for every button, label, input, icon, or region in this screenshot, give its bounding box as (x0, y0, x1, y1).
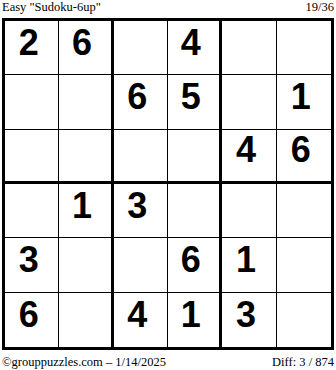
given-digit: 4 (127, 294, 147, 336)
given-digit: 4 (181, 22, 201, 64)
cell-r1c3[interactable] (114, 21, 168, 75)
header: Easy "Sudoku-6up" 19/36 (2, 0, 334, 16)
given-digit: 6 (19, 294, 39, 336)
cell-r3c2[interactable] (59, 130, 113, 184)
given-digit: 6 (181, 239, 201, 281)
cell-r4c1[interactable] (5, 184, 59, 238)
cell-r6c6[interactable] (277, 293, 331, 347)
cell-r6c1: 6 (5, 293, 59, 347)
given-digit: 4 (236, 129, 256, 171)
cell-r5c3[interactable] (114, 238, 168, 292)
cell-r3c6: 6 (277, 130, 331, 184)
puzzle-page: Easy "Sudoku-6up" 19/36 2646514613361641… (0, 0, 336, 370)
cell-r6c2[interactable] (59, 293, 113, 347)
cell-r2c5[interactable] (222, 75, 276, 129)
given-digit: 3 (127, 185, 147, 227)
cell-r4c5[interactable] (222, 184, 276, 238)
given-digit: 5 (181, 76, 201, 118)
given-digit: 1 (291, 76, 311, 118)
given-digit: 6 (127, 76, 147, 118)
given-digit: 1 (181, 294, 201, 336)
footer: ©grouppuzzles.com – 1/14/2025 Diff: 3 / … (2, 354, 334, 369)
cell-r5c6[interactable] (277, 238, 331, 292)
cell-r1c4: 4 (168, 21, 222, 75)
cell-r2c3: 6 (114, 75, 168, 129)
cell-r2c6: 1 (277, 75, 331, 129)
given-digit: 3 (19, 239, 39, 281)
given-digit: 6 (72, 22, 92, 64)
cell-r5c1: 3 (5, 238, 59, 292)
cell-r5c5: 1 (222, 238, 276, 292)
cell-r2c2[interactable] (59, 75, 113, 129)
cell-r2c4: 5 (168, 75, 222, 129)
sudoku-board: 26465146133616413 (2, 18, 334, 350)
given-digit: 3 (236, 294, 256, 336)
cell-r4c4[interactable] (168, 184, 222, 238)
cell-r4c3: 3 (114, 184, 168, 238)
cell-r2c1[interactable] (5, 75, 59, 129)
cell-r4c6[interactable] (277, 184, 331, 238)
cell-r4c2: 1 (59, 184, 113, 238)
copyright-text: ©grouppuzzles.com – 1/14/2025 (2, 355, 166, 369)
difficulty-text: Diff: 3 / 874 (272, 355, 334, 369)
cell-r3c5: 4 (222, 130, 276, 184)
cell-r6c3: 4 (114, 293, 168, 347)
given-digit: 1 (72, 185, 92, 227)
cell-r1c1: 2 (5, 21, 59, 75)
cell-r3c4[interactable] (168, 130, 222, 184)
cell-r5c2[interactable] (59, 238, 113, 292)
given-digit: 1 (236, 239, 256, 281)
cell-r3c1[interactable] (5, 130, 59, 184)
cell-r6c5: 3 (222, 293, 276, 347)
cell-r5c4: 6 (168, 238, 222, 292)
cell-r1c5[interactable] (222, 21, 276, 75)
cell-r1c6[interactable] (277, 21, 331, 75)
cell-r3c3[interactable] (114, 130, 168, 184)
puzzle-counter: 19/36 (306, 0, 334, 14)
given-digit: 2 (19, 22, 39, 64)
cell-r6c4: 1 (168, 293, 222, 347)
given-digit: 6 (291, 129, 311, 171)
cell-r1c2: 6 (59, 21, 113, 75)
page-title: Easy "Sudoku-6up" (2, 0, 101, 14)
